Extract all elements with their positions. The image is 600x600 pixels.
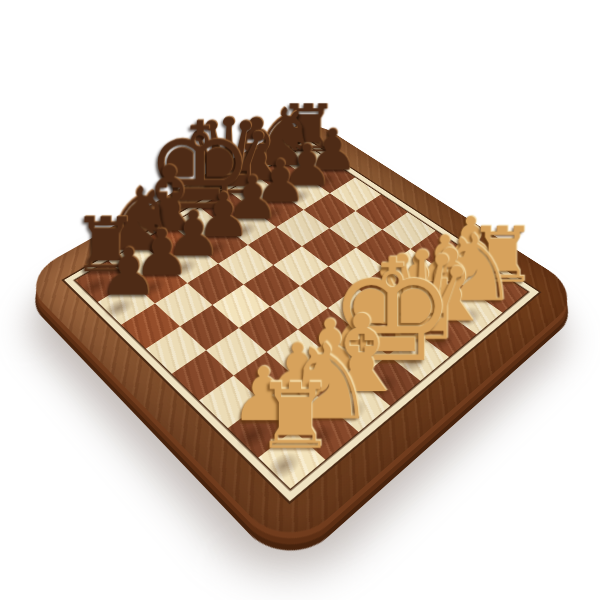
chess-set-photo: ♜♞♝♛♚♝♞♜♟♟♟♟♟♟♟♟♟♟♟♟♟♟♟♟♜♞♝♛♚♝♞♜ — [0, 0, 600, 600]
chessboard: ♜♞♝♛♚♝♞♜♟♟♟♟♟♟♟♟♟♟♟♟♟♟♟♟♜♞♝♛♚♝♞♜ — [20, 117, 585, 555]
white-rook-icon: ♜ — [214, 371, 376, 462]
black-pawn-icon: ♟ — [59, 240, 198, 305]
